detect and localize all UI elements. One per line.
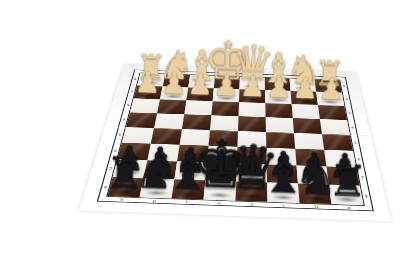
white-pawn[interactable]: ♟	[160, 69, 187, 99]
board-border: hgfedcba hgfedcba 12345678 12345678 ♜♞♝♚…	[97, 69, 374, 211]
square-e2[interactable]: ♟	[213, 88, 240, 102]
square-d3[interactable]	[238, 102, 265, 117]
square-a3[interactable]	[318, 105, 347, 120]
square-g2[interactable]: ♟	[160, 86, 188, 100]
square-d2[interactable]: ♟	[239, 89, 265, 103]
scene: hgfedcba hgfedcba 12345678 12345678 ♜♞♝♚…	[0, 0, 420, 259]
black-rook[interactable]: ♜	[328, 158, 368, 203]
square-c2[interactable]: ♟	[265, 90, 292, 104]
white-pawn[interactable]: ♟	[239, 71, 266, 101]
board-grid: ♜♞♝♚♛♝♞♜♟♟♟♟♟♟♟♟♟♟♟♟♟♟♟♟♜♞♝♚♛♝♞♜	[106, 72, 365, 205]
square-h3[interactable]	[130, 98, 160, 113]
chess-board: hgfedcba hgfedcba 12345678 12345678 ♜♞♝♚…	[79, 63, 391, 221]
white-pawn[interactable]: ♟	[318, 74, 345, 104]
square-a2[interactable]: ♟	[316, 91, 344, 105]
square-b3[interactable]	[292, 104, 320, 119]
vinyl-mat: hgfedcba hgfedcba 12345678 12345678 ♜♞♝♚…	[79, 63, 391, 221]
square-b2[interactable]: ♟	[291, 90, 318, 104]
white-pawn[interactable]: ♟	[265, 72, 292, 102]
square-c4[interactable]	[266, 117, 294, 133]
square-e3[interactable]	[211, 101, 239, 116]
white-pawn[interactable]: ♟	[292, 73, 319, 103]
square-h2[interactable]: ♟	[134, 85, 163, 99]
camera-tilt: hgfedcba hgfedcba 12345678 12345678 ♜♞♝♚…	[0, 0, 420, 259]
white-pawn[interactable]: ♟	[134, 68, 161, 98]
square-a8[interactable]: ♜	[329, 184, 364, 204]
square-f2[interactable]: ♟	[186, 87, 214, 101]
square-g4[interactable]	[154, 113, 184, 129]
square-b8[interactable]: ♞	[298, 183, 332, 203]
square-h4[interactable]	[126, 112, 157, 128]
square-c3[interactable]	[265, 103, 292, 118]
square-b4[interactable]	[293, 118, 322, 134]
square-g3[interactable]	[157, 99, 186, 114]
white-pawn[interactable]: ♟	[213, 70, 240, 100]
square-f3[interactable]	[184, 100, 212, 115]
white-pawn[interactable]: ♟	[187, 69, 214, 99]
square-a4[interactable]	[320, 119, 350, 135]
